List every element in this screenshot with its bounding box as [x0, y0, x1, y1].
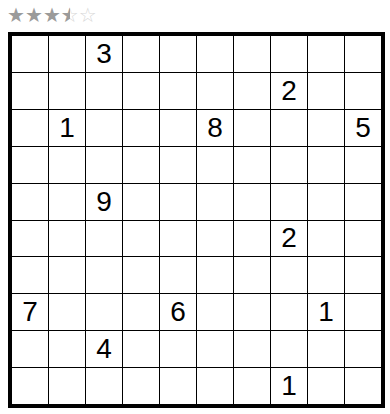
empty-cell-r2c10[interactable] [345, 73, 381, 109]
empty-cell-r7c7[interactable] [234, 257, 270, 293]
empty-cell-r2c7[interactable] [234, 73, 270, 109]
empty-cell-r4c9[interactable] [308, 147, 344, 183]
empty-cell-r8c2[interactable] [49, 294, 85, 330]
clue-cell-r6c8: 2 [271, 221, 307, 257]
empty-cell-r4c10[interactable] [345, 147, 381, 183]
empty-cell-r10c9[interactable] [308, 368, 344, 404]
empty-cell-r9c8[interactable] [271, 331, 307, 367]
empty-cell-r7c2[interactable] [49, 257, 85, 293]
empty-cell-r1c2[interactable] [49, 36, 85, 72]
empty-cell-r2c5[interactable] [160, 73, 196, 109]
empty-cell-r9c9[interactable] [308, 331, 344, 367]
star-half-icon: ☆★ [61, 2, 79, 28]
empty-cell-r1c5[interactable] [160, 36, 196, 72]
empty-cell-r6c6[interactable] [197, 221, 233, 257]
empty-cell-r9c10[interactable] [345, 331, 381, 367]
empty-cell-r9c2[interactable] [49, 331, 85, 367]
empty-cell-r7c1[interactable] [12, 257, 48, 293]
empty-cell-r3c3[interactable] [86, 110, 122, 146]
empty-cell-r2c3[interactable] [86, 73, 122, 109]
clue-cell-r5c3: 9 [86, 184, 122, 220]
empty-cell-r5c10[interactable] [345, 184, 381, 220]
empty-cell-r1c10[interactable] [345, 36, 381, 72]
empty-cell-r2c1[interactable] [12, 73, 48, 109]
empty-cell-r2c9[interactable] [308, 73, 344, 109]
empty-cell-r5c1[interactable] [12, 184, 48, 220]
empty-cell-r4c6[interactable] [197, 147, 233, 183]
empty-cell-r4c7[interactable] [234, 147, 270, 183]
empty-cell-r10c2[interactable] [49, 368, 85, 404]
clue-cell-r8c5: 6 [160, 294, 196, 330]
empty-cell-r6c7[interactable] [234, 221, 270, 257]
empty-cell-r5c5[interactable] [160, 184, 196, 220]
clue-cell-r1c3: 3 [86, 36, 122, 72]
empty-cell-r10c1[interactable] [12, 368, 48, 404]
empty-cell-r3c8[interactable] [271, 110, 307, 146]
empty-cell-r5c9[interactable] [308, 184, 344, 220]
empty-cell-r6c3[interactable] [86, 221, 122, 257]
empty-cell-r4c8[interactable] [271, 147, 307, 183]
puzzle-board: 321859276141 [8, 32, 385, 408]
clue-cell-r8c9: 1 [308, 294, 344, 330]
empty-cell-r1c1[interactable] [12, 36, 48, 72]
empty-cell-r10c3[interactable] [86, 368, 122, 404]
empty-cell-r5c6[interactable] [197, 184, 233, 220]
empty-cell-r3c5[interactable] [160, 110, 196, 146]
empty-cell-r1c6[interactable] [197, 36, 233, 72]
empty-cell-r2c4[interactable] [123, 73, 159, 109]
empty-cell-r6c4[interactable] [123, 221, 159, 257]
empty-cell-r6c10[interactable] [345, 221, 381, 257]
empty-cell-r4c4[interactable] [123, 147, 159, 183]
empty-cell-r9c6[interactable] [197, 331, 233, 367]
empty-cell-r6c9[interactable] [308, 221, 344, 257]
clue-cell-r10c8: 1 [271, 368, 307, 404]
empty-cell-r4c5[interactable] [160, 147, 196, 183]
clue-cell-r8c1: 7 [12, 294, 48, 330]
empty-cell-r8c7[interactable] [234, 294, 270, 330]
empty-cell-r7c6[interactable] [197, 257, 233, 293]
empty-cell-r5c8[interactable] [271, 184, 307, 220]
difficulty-rating: ★★★☆★☆ [7, 2, 97, 28]
empty-cell-r4c3[interactable] [86, 147, 122, 183]
star-filled-icon: ★ [43, 2, 61, 28]
empty-cell-r7c10[interactable] [345, 257, 381, 293]
empty-cell-r5c4[interactable] [123, 184, 159, 220]
star-filled-icon: ★ [7, 2, 25, 28]
empty-cell-r4c1[interactable] [12, 147, 48, 183]
empty-cell-r1c8[interactable] [271, 36, 307, 72]
star-empty-icon: ☆ [79, 2, 97, 28]
empty-cell-r10c4[interactable] [123, 368, 159, 404]
empty-cell-r4c2[interactable] [49, 147, 85, 183]
clue-cell-r3c6: 8 [197, 110, 233, 146]
empty-cell-r10c5[interactable] [160, 368, 196, 404]
empty-cell-r8c6[interactable] [197, 294, 233, 330]
clue-cell-r2c8: 2 [271, 73, 307, 109]
empty-cell-r9c5[interactable] [160, 331, 196, 367]
empty-cell-r9c4[interactable] [123, 331, 159, 367]
empty-cell-r5c7[interactable] [234, 184, 270, 220]
empty-cell-r1c9[interactable] [308, 36, 344, 72]
empty-cell-r8c8[interactable] [271, 294, 307, 330]
empty-cell-r5c2[interactable] [49, 184, 85, 220]
empty-cell-r8c4[interactable] [123, 294, 159, 330]
empty-cell-r6c2[interactable] [49, 221, 85, 257]
empty-cell-r8c3[interactable] [86, 294, 122, 330]
empty-cell-r7c8[interactable] [271, 257, 307, 293]
empty-cell-r9c7[interactable] [234, 331, 270, 367]
clue-cell-r9c3: 4 [86, 331, 122, 367]
empty-cell-r3c1[interactable] [12, 110, 48, 146]
empty-cell-r6c5[interactable] [160, 221, 196, 257]
empty-cell-r8c10[interactable] [345, 294, 381, 330]
empty-cell-r10c7[interactable] [234, 368, 270, 404]
empty-cell-r7c3[interactable] [86, 257, 122, 293]
empty-cell-r7c5[interactable] [160, 257, 196, 293]
star-filled-icon: ★ [25, 2, 43, 28]
empty-cell-r10c10[interactable] [345, 368, 381, 404]
empty-cell-r1c4[interactable] [123, 36, 159, 72]
empty-cell-r10c6[interactable] [197, 368, 233, 404]
empty-cell-r7c4[interactable] [123, 257, 159, 293]
empty-cell-r1c7[interactable] [234, 36, 270, 72]
clue-cell-r3c10: 5 [345, 110, 381, 146]
empty-cell-r2c6[interactable] [197, 73, 233, 109]
empty-cell-r3c9[interactable] [308, 110, 344, 146]
empty-cell-r9c1[interactable] [12, 331, 48, 367]
empty-cell-r3c4[interactable] [123, 110, 159, 146]
clue-cell-r3c2: 1 [49, 110, 85, 146]
empty-cell-r3c7[interactable] [234, 110, 270, 146]
empty-cell-r7c9[interactable] [308, 257, 344, 293]
empty-cell-r2c2[interactable] [49, 73, 85, 109]
empty-cell-r6c1[interactable] [12, 221, 48, 257]
